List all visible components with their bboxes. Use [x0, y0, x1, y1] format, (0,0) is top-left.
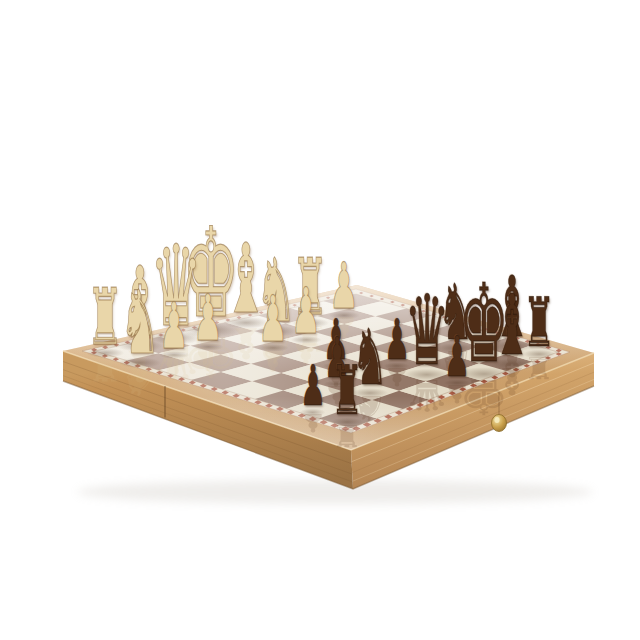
chess-board [0, 0, 640, 640]
ground-shadow [77, 480, 593, 504]
brass-clasp [492, 415, 507, 432]
gloss-front [63, 285, 594, 450]
chess-set-product-photo: ♟♟♝♝♜♜♚♚♞♞♛♛♟♟♝♝♝♝♟♟♞♞♟♟♜♜♜♜♟♟♞♞♝♝♟♟♟♟♚♚… [0, 0, 640, 640]
clasp-highlight [494, 417, 499, 423]
